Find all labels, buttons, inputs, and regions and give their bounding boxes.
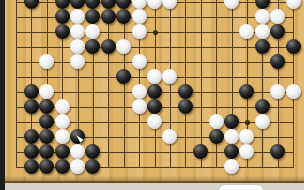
board-intersection[interactable] [255, 129, 270, 144]
board-intersection[interactable] [224, 84, 239, 99]
board-intersection[interactable] [162, 114, 177, 129]
board-intersection[interactable] [239, 99, 254, 114]
board-intersection[interactable] [178, 0, 193, 9]
board-intersection[interactable] [24, 159, 39, 174]
black-stone [116, 0, 131, 9]
board-intersection[interactable] [224, 99, 239, 114]
board-intersection[interactable] [178, 84, 193, 99]
black-stone [85, 9, 100, 24]
board-intersection[interactable] [208, 144, 223, 159]
black-stone [55, 159, 70, 174]
board-intersection[interactable] [193, 159, 208, 174]
board-intersection[interactable] [85, 0, 100, 9]
board-intersection[interactable] [239, 84, 254, 99]
board-intersection[interactable] [255, 114, 270, 129]
board-intersection[interactable] [70, 114, 85, 129]
board-intersection[interactable] [224, 54, 239, 69]
white-stone [239, 24, 254, 39]
white-stone [162, 0, 177, 9]
board-intersection[interactable] [54, 0, 69, 9]
board-intersection[interactable] [270, 144, 285, 159]
board-intersection[interactable] [239, 39, 254, 54]
board-intersection[interactable] [54, 99, 69, 114]
board-intersection[interactable] [8, 99, 23, 114]
black-stone [224, 114, 239, 129]
white-stone [55, 99, 70, 114]
white-stone [270, 84, 285, 99]
board-intersection[interactable] [193, 39, 208, 54]
board-intersection[interactable] [54, 24, 69, 39]
board-intersection[interactable] [24, 0, 39, 9]
board-intersection[interactable] [39, 54, 54, 69]
board-intersection[interactable] [85, 54, 100, 69]
go-board[interactable] [0, 0, 304, 183]
board-intersection[interactable] [255, 0, 270, 9]
board-intersection[interactable] [54, 84, 69, 99]
board-intersection[interactable] [162, 0, 177, 9]
board-intersection[interactable] [85, 24, 100, 39]
board-intersection[interactable] [162, 69, 177, 84]
white-stone [147, 69, 162, 84]
board-intersection[interactable] [54, 144, 69, 159]
board-intersection[interactable] [70, 54, 85, 69]
board-intersection[interactable] [162, 144, 177, 159]
black-stone [70, 0, 85, 9]
board-intersection[interactable] [147, 0, 162, 9]
white-stone [70, 159, 85, 174]
board-intersection[interactable] [208, 39, 223, 54]
board-intersection[interactable] [224, 69, 239, 84]
black-stone [101, 9, 116, 24]
board-intersection[interactable] [255, 159, 270, 174]
black-stone [24, 144, 39, 159]
board-intersection[interactable] [85, 129, 100, 144]
white-stone [116, 39, 131, 54]
board-intersection[interactable] [162, 54, 177, 69]
board-intersection[interactable] [224, 39, 239, 54]
board-intersection[interactable] [178, 129, 193, 144]
board-intersection[interactable] [131, 159, 146, 174]
board-intersection[interactable] [116, 0, 131, 9]
board-intersection[interactable] [8, 144, 23, 159]
board-intersection[interactable] [285, 144, 300, 159]
board-intersection[interactable] [208, 99, 223, 114]
board-intersection[interactable] [239, 159, 254, 174]
board-intersection[interactable] [270, 24, 285, 39]
board-intersection[interactable] [147, 54, 162, 69]
board-intersection[interactable] [131, 69, 146, 84]
board-intersection[interactable] [193, 84, 208, 99]
board-intersection[interactable] [131, 39, 146, 54]
board-intersection[interactable] [116, 54, 131, 69]
board-intersection[interactable] [85, 144, 100, 159]
board-intersection[interactable] [193, 69, 208, 84]
black-stone [55, 9, 70, 24]
board-intersection[interactable] [39, 0, 54, 9]
board-intersection[interactable] [270, 0, 285, 9]
black-stone [147, 99, 162, 114]
board-intersection[interactable] [131, 114, 146, 129]
board-intersection[interactable] [239, 114, 254, 129]
board-intersection[interactable] [39, 84, 54, 99]
board-intersection[interactable] [193, 0, 208, 9]
white-stone [270, 9, 285, 24]
board-intersection[interactable] [8, 9, 23, 24]
board-intersection[interactable] [208, 84, 223, 99]
board-intersection[interactable] [8, 24, 23, 39]
board-intersection[interactable] [270, 114, 285, 129]
board-intersection[interactable] [193, 54, 208, 69]
board-intersection[interactable] [224, 24, 239, 39]
board-intersection[interactable] [116, 129, 131, 144]
board-intersection[interactable] [285, 24, 300, 39]
board-intersection[interactable] [147, 99, 162, 114]
white-stone [132, 9, 147, 24]
board-intersection[interactable] [70, 129, 85, 144]
board-bottom-shadow [0, 175, 304, 181]
board-intersection[interactable] [8, 84, 23, 99]
black-stone [39, 159, 54, 174]
board-intersection[interactable] [162, 9, 177, 24]
board-intersection[interactable] [101, 39, 116, 54]
board-intersection[interactable] [39, 129, 54, 144]
white-stone [70, 39, 85, 54]
board-intersection[interactable] [70, 39, 85, 54]
board-intersection[interactable] [270, 69, 285, 84]
board-intersection[interactable] [8, 159, 23, 174]
black-stone [39, 144, 54, 159]
board-intersection[interactable] [285, 99, 300, 114]
white-stone [132, 24, 147, 39]
board-intersection[interactable] [131, 0, 146, 9]
black-stone [24, 129, 39, 144]
board-intersection[interactable] [85, 99, 100, 114]
board-intersection[interactable] [54, 69, 69, 84]
board-intersection[interactable] [101, 99, 116, 114]
board-intersection[interactable] [39, 9, 54, 24]
board-intersection[interactable] [70, 144, 85, 159]
board-intersection[interactable] [8, 39, 23, 54]
board-intersection[interactable] [239, 24, 254, 39]
board-intersection[interactable] [8, 0, 23, 9]
board-intersection[interactable] [54, 54, 69, 69]
board-intersection[interactable] [85, 9, 100, 24]
board-intersection[interactable] [131, 24, 146, 39]
board-intersection[interactable] [70, 84, 85, 99]
board-intersection[interactable] [116, 114, 131, 129]
board-intersection[interactable] [239, 129, 254, 144]
white-stone [255, 24, 270, 39]
board-intersection[interactable] [270, 159, 285, 174]
white-stone [39, 54, 54, 69]
black-stone [270, 24, 285, 39]
board-intersection[interactable] [24, 84, 39, 99]
white-stone [239, 144, 254, 159]
board-intersection[interactable] [85, 39, 100, 54]
board-intersection[interactable] [162, 159, 177, 174]
white-stone [70, 54, 85, 69]
board-intersection[interactable] [8, 129, 23, 144]
board-intersection[interactable] [208, 114, 223, 129]
board-intersection[interactable] [208, 129, 223, 144]
board-intersection[interactable] [270, 129, 285, 144]
white-stone [286, 0, 301, 9]
white-stone [70, 9, 85, 24]
board-intersection[interactable] [101, 129, 116, 144]
board-intersection[interactable] [39, 69, 54, 84]
board-intersection[interactable] [116, 69, 131, 84]
board-intersection[interactable] [224, 0, 239, 9]
board-intersection[interactable] [147, 144, 162, 159]
board-intersection[interactable] [193, 114, 208, 129]
board-intersection[interactable] [131, 99, 146, 114]
board-intersection[interactable] [131, 129, 146, 144]
board-intersection[interactable] [39, 114, 54, 129]
board-intersection[interactable] [54, 159, 69, 174]
board-intersection[interactable] [131, 84, 146, 99]
board-intersection[interactable] [116, 159, 131, 174]
board-intersection[interactable] [116, 9, 131, 24]
board-intersection[interactable] [131, 144, 146, 159]
board-intersection[interactable] [85, 114, 100, 129]
black-stone [224, 144, 239, 159]
black-stone [85, 159, 100, 174]
board-intersection[interactable] [39, 39, 54, 54]
black-stone [116, 9, 131, 24]
board-intersection[interactable] [101, 144, 116, 159]
board-intersection[interactable] [285, 159, 300, 174]
board-intersection[interactable] [54, 129, 69, 144]
black-stone [116, 69, 131, 84]
white-stone [70, 24, 85, 39]
board-intersection[interactable] [255, 24, 270, 39]
board-intersection[interactable] [255, 69, 270, 84]
board-intersection[interactable] [70, 69, 85, 84]
board-intersection[interactable] [39, 144, 54, 159]
board-intersection[interactable] [270, 99, 285, 114]
board-intersection[interactable] [239, 0, 254, 9]
board-intersection[interactable] [178, 24, 193, 39]
board-intersection[interactable] [285, 84, 300, 99]
board-intersection[interactable] [101, 24, 116, 39]
board-intersection[interactable] [8, 69, 23, 84]
board-intersection[interactable] [101, 159, 116, 174]
black-stone [101, 0, 116, 9]
board-intersection[interactable] [54, 114, 69, 129]
black-stone [24, 159, 39, 174]
board-intersection[interactable] [193, 144, 208, 159]
black-stone [255, 39, 270, 54]
board-intersection[interactable] [101, 0, 116, 9]
board-intersection[interactable] [24, 54, 39, 69]
board-intersection[interactable] [255, 99, 270, 114]
board-intersection[interactable] [39, 99, 54, 114]
white-stone [147, 0, 162, 9]
board-intersection[interactable] [85, 84, 100, 99]
board-intersection[interactable] [178, 114, 193, 129]
board-intersection[interactable] [131, 9, 146, 24]
white-stone [224, 0, 239, 9]
board-intersection[interactable] [270, 39, 285, 54]
board-intersection[interactable] [147, 39, 162, 54]
white-stone [147, 114, 162, 129]
board-intersection[interactable] [255, 9, 270, 24]
board-intersection[interactable] [178, 159, 193, 174]
white-stone [286, 84, 301, 99]
board-intersection[interactable] [208, 54, 223, 69]
black-stone [55, 144, 70, 159]
board-intersection[interactable] [39, 159, 54, 174]
board-intersection[interactable] [101, 54, 116, 69]
board-intersection[interactable] [85, 69, 100, 84]
board-intersection[interactable] [24, 129, 39, 144]
board-intersection[interactable] [178, 9, 193, 24]
board-intersection[interactable] [147, 84, 162, 99]
board-intersection[interactable] [147, 114, 162, 129]
board-intersection[interactable] [285, 114, 300, 129]
board-intersection[interactable] [270, 9, 285, 24]
white-stone [255, 9, 270, 24]
board-intersection[interactable] [285, 54, 300, 69]
board-intersection[interactable] [208, 69, 223, 84]
board-intersection[interactable] [70, 159, 85, 174]
last-move-marker [76, 135, 84, 143]
board-intersection[interactable] [193, 9, 208, 24]
board-intersection[interactable] [224, 144, 239, 159]
black-stone [147, 84, 162, 99]
board-intersection[interactable] [24, 144, 39, 159]
white-stone [224, 129, 239, 144]
board-intersection[interactable] [285, 0, 300, 9]
board-intersection[interactable] [85, 159, 100, 174]
board-intersection[interactable] [70, 24, 85, 39]
board-intersection[interactable] [285, 129, 300, 144]
black-stone [209, 129, 224, 144]
board-intersection[interactable] [101, 69, 116, 84]
white-stone [39, 84, 54, 99]
board-intersection[interactable] [8, 54, 23, 69]
white-stone [224, 159, 239, 174]
board-intersection[interactable] [193, 129, 208, 144]
bottom-sheet-button[interactable] [218, 184, 264, 190]
board-intersection[interactable] [255, 144, 270, 159]
white-stone [70, 144, 85, 159]
board-intersection[interactable] [147, 9, 162, 24]
board-intersection[interactable] [178, 69, 193, 84]
board-intersection[interactable] [178, 39, 193, 54]
go-app-screen [0, 0, 304, 190]
board-intersection[interactable] [239, 54, 254, 69]
board-intersection[interactable] [147, 159, 162, 174]
board-intersection[interactable] [116, 84, 131, 99]
board-intersection[interactable] [270, 54, 285, 69]
board-intersection[interactable] [101, 114, 116, 129]
board-intersection[interactable] [239, 69, 254, 84]
black-stone [286, 39, 301, 54]
board-intersection[interactable] [70, 99, 85, 114]
board-intersection[interactable] [162, 39, 177, 54]
board-intersection[interactable] [193, 24, 208, 39]
board-intersection[interactable] [255, 84, 270, 99]
board-intersection[interactable] [162, 99, 177, 114]
black-stone [39, 99, 54, 114]
board-intersection[interactable] [224, 114, 239, 129]
board-intersection[interactable] [147, 24, 162, 39]
white-stone [132, 99, 147, 114]
board-intersection[interactable] [255, 39, 270, 54]
board-intersection[interactable] [54, 9, 69, 24]
board-intersection[interactable] [116, 39, 131, 54]
black-stone [24, 84, 39, 99]
board-intersection[interactable] [24, 9, 39, 24]
black-stone [39, 114, 54, 129]
stone-grid[interactable] [8, 0, 300, 174]
black-stone [178, 84, 193, 99]
board-intersection[interactable] [54, 39, 69, 54]
board-intersection[interactable] [239, 144, 254, 159]
board-intersection[interactable] [208, 159, 223, 174]
black-stone [255, 0, 270, 9]
white-stone [132, 0, 147, 9]
board-intersection[interactable] [270, 84, 285, 99]
board-intersection[interactable] [147, 129, 162, 144]
white-stone [55, 114, 70, 129]
board-intersection[interactable] [116, 144, 131, 159]
board-intersection[interactable] [285, 69, 300, 84]
board-intersection[interactable] [178, 144, 193, 159]
board-intersection[interactable] [162, 84, 177, 99]
board-intersection[interactable] [224, 159, 239, 174]
white-stone [209, 114, 224, 129]
board-intersection[interactable] [116, 99, 131, 114]
board-intersection[interactable] [224, 9, 239, 24]
white-stone [255, 114, 270, 129]
board-intersection[interactable] [39, 24, 54, 39]
board-intersection[interactable] [24, 24, 39, 39]
board-intersection[interactable] [116, 24, 131, 39]
board-intersection[interactable] [224, 129, 239, 144]
board-intersection[interactable] [193, 99, 208, 114]
board-intersection[interactable] [208, 9, 223, 24]
board-intersection[interactable] [178, 99, 193, 114]
black-stone [178, 99, 193, 114]
white-stone [239, 129, 254, 144]
board-intersection[interactable] [178, 54, 193, 69]
board-intersection[interactable] [101, 84, 116, 99]
board-intersection[interactable] [162, 24, 177, 39]
board-intersection[interactable] [285, 39, 300, 54]
white-stone [55, 129, 70, 144]
board-intersection[interactable] [208, 0, 223, 9]
board-intersection[interactable] [24, 69, 39, 84]
board-intersection[interactable] [70, 9, 85, 24]
board-intersection[interactable] [101, 9, 116, 24]
board-intersection[interactable] [24, 99, 39, 114]
board-intersection[interactable] [131, 54, 146, 69]
board-intersection[interactable] [285, 9, 300, 24]
board-intersection[interactable] [24, 39, 39, 54]
white-stone [85, 24, 100, 39]
white-stone [162, 69, 177, 84]
board-intersection[interactable] [208, 24, 223, 39]
board-intersection[interactable] [147, 69, 162, 84]
board-intersection[interactable] [239, 9, 254, 24]
board-intersection[interactable] [162, 129, 177, 144]
board-intersection[interactable] [70, 0, 85, 9]
board-intersection[interactable] [8, 114, 23, 129]
board-intersection[interactable] [255, 54, 270, 69]
board-intersection[interactable] [24, 114, 39, 129]
